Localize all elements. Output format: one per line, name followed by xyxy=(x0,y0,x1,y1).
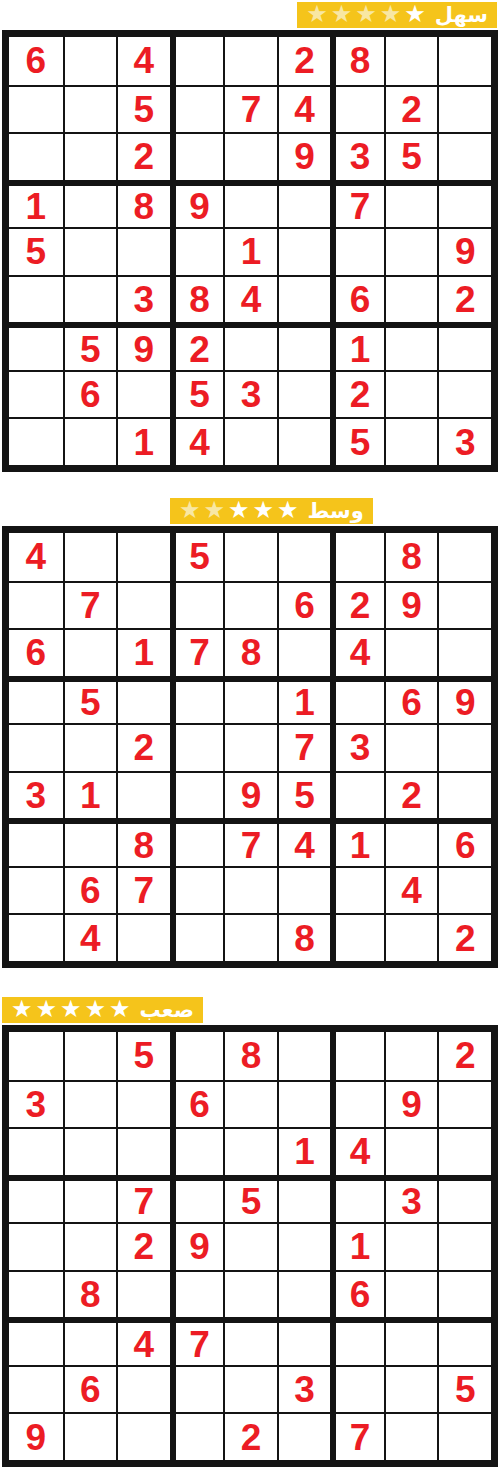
sudoku-cell[interactable] xyxy=(277,1222,331,1270)
sudoku-cell[interactable]: 1 xyxy=(330,322,384,370)
sudoku-cell[interactable] xyxy=(63,628,117,676)
page: ★★★★★ سهل 642857422935189751938462592165… xyxy=(0,2,500,1467)
sudoku-cell[interactable]: 3 xyxy=(384,1175,438,1223)
sudoku-cell[interactable] xyxy=(9,723,63,771)
sudoku-cell[interactable] xyxy=(223,180,277,228)
sudoku-cell[interactable] xyxy=(223,533,277,581)
sudoku-cell[interactable] xyxy=(223,1270,277,1318)
sudoku-cell[interactable] xyxy=(63,227,117,275)
sudoku-cell[interactable] xyxy=(437,866,491,914)
sudoku-cell[interactable]: 8 xyxy=(116,818,170,866)
sudoku-cell[interactable]: 3 xyxy=(330,723,384,771)
difficulty-stars-hard: ★★★★★ xyxy=(11,999,131,1021)
sudoku-cell[interactable] xyxy=(277,1175,331,1223)
sudoku-cell[interactable]: 1 xyxy=(330,1222,384,1270)
sudoku-cell[interactable]: 5 xyxy=(330,417,384,465)
sudoku-cell[interactable]: 5 xyxy=(9,227,63,275)
star-icon: ★ xyxy=(85,998,107,1020)
sudoku-cell[interactable] xyxy=(63,132,117,180)
sudoku-cell[interactable] xyxy=(63,85,117,133)
sudoku-cell[interactable]: 6 xyxy=(330,275,384,323)
sudoku-cell[interactable]: 2 xyxy=(437,913,491,961)
sudoku-cell[interactable]: 8 xyxy=(384,533,438,581)
sudoku-cell[interactable] xyxy=(384,370,438,418)
star-icon: ★ xyxy=(380,3,402,25)
star-icon: ★ xyxy=(331,3,353,25)
sudoku-cell[interactable]: 7 xyxy=(277,723,331,771)
sudoku-cell[interactable] xyxy=(170,1270,224,1318)
sudoku-cell[interactable]: 7 xyxy=(330,180,384,228)
sudoku-cell[interactable]: 9 xyxy=(437,227,491,275)
sudoku-cell[interactable] xyxy=(384,1032,438,1080)
sudoku-cell[interactable] xyxy=(116,676,170,724)
sudoku-cell[interactable]: 4 xyxy=(223,275,277,323)
sudoku-cell[interactable]: 2 xyxy=(223,1412,277,1460)
sudoku-cell[interactable]: 7 xyxy=(170,1317,224,1365)
sudoku-cell[interactable]: 5 xyxy=(116,85,170,133)
sudoku-cell[interactable] xyxy=(170,227,224,275)
sudoku-cell[interactable]: 6 xyxy=(170,1080,224,1128)
sudoku-cell[interactable] xyxy=(384,1270,438,1318)
sudoku-grid-medium: 45876296178451692733195287416674482 xyxy=(2,526,498,968)
section-easy: ★★★★★ سهل 642857422935189751938462592165… xyxy=(0,2,500,472)
sudoku-cell[interactable] xyxy=(63,1222,117,1270)
sudoku-cell[interactable] xyxy=(63,818,117,866)
sudoku-cell[interactable] xyxy=(437,1222,491,1270)
sudoku-cell[interactable] xyxy=(170,132,224,180)
sudoku-cell[interactable]: 8 xyxy=(330,37,384,85)
sudoku-cell[interactable]: 4 xyxy=(330,1127,384,1175)
sudoku-cell[interactable] xyxy=(277,628,331,676)
star-icon: ★ xyxy=(179,499,201,521)
sudoku-cell[interactable] xyxy=(384,1412,438,1460)
sudoku-cell[interactable] xyxy=(9,1032,63,1080)
difficulty-stars-medium: ★★★★★ xyxy=(179,500,299,522)
star-icon: ★ xyxy=(11,998,33,1020)
sudoku-cell[interactable] xyxy=(277,1080,331,1128)
sudoku-cell[interactable] xyxy=(116,1080,170,1128)
sudoku-cell[interactable]: 4 xyxy=(277,85,331,133)
sudoku-cell[interactable] xyxy=(116,227,170,275)
star-icon: ★ xyxy=(36,998,58,1020)
sudoku-cell[interactable]: 1 xyxy=(330,818,384,866)
sudoku-cell[interactable]: 7 xyxy=(330,1412,384,1460)
sudoku-cell[interactable] xyxy=(437,1175,491,1223)
star-icon: ★ xyxy=(228,499,250,521)
sudoku-cell[interactable]: 9 xyxy=(277,132,331,180)
star-icon: ★ xyxy=(277,499,299,521)
sudoku-cell[interactable] xyxy=(330,1032,384,1080)
sudoku-cell[interactable] xyxy=(384,1317,438,1365)
sudoku-cell[interactable] xyxy=(170,1175,224,1223)
sudoku-cell[interactable] xyxy=(384,1365,438,1413)
sudoku-cell[interactable] xyxy=(223,676,277,724)
sudoku-cell[interactable] xyxy=(223,1127,277,1175)
sudoku-cell[interactable] xyxy=(437,180,491,228)
sudoku-cell[interactable]: 6 xyxy=(63,866,117,914)
sudoku-cell[interactable]: 9 xyxy=(170,1222,224,1270)
sudoku-cell[interactable] xyxy=(170,37,224,85)
sudoku-cell[interactable]: 4 xyxy=(384,866,438,914)
sudoku-cell[interactable] xyxy=(384,275,438,323)
sudoku-cell[interactable] xyxy=(330,913,384,961)
sudoku-cell[interactable] xyxy=(223,866,277,914)
sudoku-cell[interactable] xyxy=(437,771,491,819)
sudoku-cell[interactable] xyxy=(116,581,170,629)
sudoku-cell[interactable]: 8 xyxy=(223,1032,277,1080)
sudoku-cell[interactable] xyxy=(223,913,277,961)
sudoku-cell[interactable] xyxy=(9,818,63,866)
sudoku-cell[interactable] xyxy=(384,227,438,275)
sudoku-cell[interactable] xyxy=(170,771,224,819)
sudoku-cell[interactable] xyxy=(9,1127,63,1175)
sudoku-cell[interactable] xyxy=(9,1317,63,1365)
sudoku-cell[interactable] xyxy=(63,1032,117,1080)
sudoku-cell[interactable] xyxy=(9,913,63,961)
sudoku-cell[interactable] xyxy=(170,1127,224,1175)
sudoku-cell[interactable] xyxy=(170,913,224,961)
sudoku-cell[interactable] xyxy=(63,37,117,85)
sudoku-cell[interactable]: 6 xyxy=(384,676,438,724)
sudoku-cell[interactable] xyxy=(116,913,170,961)
sudoku-cell[interactable]: 5 xyxy=(277,771,331,819)
sudoku-cell[interactable]: 6 xyxy=(9,37,63,85)
sudoku-cell[interactable]: 5 xyxy=(384,132,438,180)
sudoku-cell[interactable] xyxy=(437,1317,491,1365)
star-icon: ★ xyxy=(60,998,82,1020)
sudoku-cell[interactable]: 8 xyxy=(116,180,170,228)
sudoku-cell[interactable]: 7 xyxy=(170,628,224,676)
sudoku-cell[interactable] xyxy=(9,866,63,914)
sudoku-cell[interactable] xyxy=(170,581,224,629)
sudoku-cell[interactable]: 2 xyxy=(277,37,331,85)
sudoku-cell[interactable] xyxy=(9,1270,63,1318)
sudoku-cell[interactable]: 5 xyxy=(116,1032,170,1080)
sudoku-cell[interactable]: 2 xyxy=(330,370,384,418)
sudoku-cell[interactable]: 7 xyxy=(223,818,277,866)
sudoku-cell[interactable]: 3 xyxy=(116,275,170,323)
sudoku-cell[interactable] xyxy=(9,1175,63,1223)
sudoku-cell[interactable] xyxy=(384,37,438,85)
sudoku-cell[interactable] xyxy=(384,1127,438,1175)
sudoku-cell[interactable]: 6 xyxy=(9,628,63,676)
difficulty-banner-medium: ★★★★★ وسط xyxy=(170,498,373,524)
sudoku-cell[interactable] xyxy=(330,1317,384,1365)
sudoku-cell[interactable]: 2 xyxy=(330,581,384,629)
sudoku-cell[interactable] xyxy=(437,1270,491,1318)
section-hard: ★★★★★ صعب 582369147532918647635927 xyxy=(0,997,500,1467)
sudoku-cell[interactable]: 5 xyxy=(223,1175,277,1223)
sudoku-cell[interactable] xyxy=(63,1080,117,1128)
sudoku-cell[interactable]: 9 xyxy=(9,1412,63,1460)
difficulty-label-easy: سهل xyxy=(435,2,488,28)
sudoku-cell[interactable]: 3 xyxy=(223,370,277,418)
sudoku-cell[interactable] xyxy=(170,818,224,866)
sudoku-cell[interactable]: 2 xyxy=(384,771,438,819)
sudoku-cell[interactable]: 6 xyxy=(63,1365,117,1413)
sudoku-cell[interactable]: 2 xyxy=(437,1032,491,1080)
star-icon: ★ xyxy=(204,499,226,521)
sudoku-cell[interactable]: 3 xyxy=(437,417,491,465)
section-medium: ★★★★★ وسط 458762961784516927331952874166… xyxy=(0,498,500,968)
sudoku-cell[interactable] xyxy=(384,180,438,228)
sudoku-cell[interactable] xyxy=(63,1127,117,1175)
sudoku-cell[interactable]: 8 xyxy=(277,913,331,961)
sudoku-cell[interactable] xyxy=(9,85,63,133)
sudoku-cell[interactable] xyxy=(63,723,117,771)
sudoku-cell[interactable] xyxy=(277,1270,331,1318)
sudoku-cell[interactable] xyxy=(277,227,331,275)
sudoku-cell[interactable]: 9 xyxy=(223,771,277,819)
star-icon: ★ xyxy=(253,499,275,521)
star-icon: ★ xyxy=(306,3,328,25)
sudoku-cell[interactable]: 1 xyxy=(277,676,331,724)
sudoku-cell[interactable] xyxy=(437,85,491,133)
sudoku-cell[interactable] xyxy=(170,1032,224,1080)
sudoku-cell[interactable]: 3 xyxy=(9,771,63,819)
sudoku-cell[interactable]: 4 xyxy=(63,913,117,961)
sudoku-cell[interactable]: 9 xyxy=(116,322,170,370)
sudoku-cell[interactable] xyxy=(223,322,277,370)
sudoku-cell[interactable] xyxy=(384,628,438,676)
sudoku-cell[interactable] xyxy=(9,1222,63,1270)
sudoku-cell[interactable] xyxy=(63,275,117,323)
sudoku-cell[interactable] xyxy=(63,1317,117,1365)
sudoku-cell[interactable] xyxy=(330,1080,384,1128)
difficulty-label-hard: صعب xyxy=(140,997,194,1023)
sudoku-cell[interactable]: 1 xyxy=(116,417,170,465)
sudoku-cell[interactable]: 9 xyxy=(384,581,438,629)
sudoku-cell[interactable] xyxy=(223,723,277,771)
sudoku-cell[interactable] xyxy=(63,533,117,581)
sudoku-cell[interactable] xyxy=(170,723,224,771)
sudoku-cell[interactable] xyxy=(116,1365,170,1413)
sudoku-cell[interactable]: 3 xyxy=(9,1080,63,1128)
sudoku-cell[interactable] xyxy=(223,417,277,465)
sudoku-cell[interactable]: 2 xyxy=(116,132,170,180)
sudoku-cell[interactable] xyxy=(277,417,331,465)
sudoku-cell[interactable] xyxy=(63,1175,117,1223)
sudoku-cell[interactable] xyxy=(437,628,491,676)
sudoku-cell[interactable]: 6 xyxy=(277,581,331,629)
sudoku-cell[interactable] xyxy=(277,1032,331,1080)
difficulty-banner-easy: ★★★★★ سهل xyxy=(297,2,497,28)
difficulty-label-medium: وسط xyxy=(308,498,364,524)
sudoku-cell[interactable] xyxy=(9,1365,63,1413)
sudoku-cell[interactable] xyxy=(384,913,438,961)
sudoku-cell[interactable] xyxy=(437,132,491,180)
sudoku-cell[interactable] xyxy=(63,180,117,228)
sudoku-cell[interactable] xyxy=(9,132,63,180)
sudoku-cell[interactable] xyxy=(330,676,384,724)
sudoku-cell[interactable]: 4 xyxy=(170,417,224,465)
sudoku-cell[interactable] xyxy=(170,676,224,724)
sudoku-cell[interactable]: 7 xyxy=(63,581,117,629)
sudoku-cell[interactable] xyxy=(277,1412,331,1460)
sudoku-cell[interactable]: 3 xyxy=(330,132,384,180)
sudoku-cell[interactable] xyxy=(277,275,331,323)
sudoku-cell[interactable] xyxy=(170,1365,224,1413)
sudoku-cell[interactable]: 4 xyxy=(116,37,170,85)
sudoku-cell[interactable]: 9 xyxy=(437,676,491,724)
sudoku-grid-easy: 642857422935189751938462592165321453 xyxy=(2,30,498,472)
sudoku-cell[interactable] xyxy=(330,1175,384,1223)
sudoku-cell[interactable]: 9 xyxy=(384,1080,438,1128)
sudoku-cell[interactable] xyxy=(116,1412,170,1460)
sudoku-cell[interactable] xyxy=(223,581,277,629)
sudoku-cell[interactable] xyxy=(116,1270,170,1318)
sudoku-cell[interactable]: 1 xyxy=(63,771,117,819)
sudoku-cell[interactable] xyxy=(384,723,438,771)
sudoku-cell[interactable] xyxy=(9,417,63,465)
star-icon: ★ xyxy=(355,3,377,25)
sudoku-cell[interactable] xyxy=(9,275,63,323)
sudoku-cell[interactable]: 1 xyxy=(277,1127,331,1175)
sudoku-cell[interactable]: 5 xyxy=(63,676,117,724)
sudoku-cell[interactable] xyxy=(437,1127,491,1175)
sudoku-cell[interactable]: 5 xyxy=(170,370,224,418)
sudoku-cell[interactable]: 2 xyxy=(170,322,224,370)
sudoku-cell[interactable]: 9 xyxy=(170,180,224,228)
star-icon: ★ xyxy=(404,3,426,25)
sudoku-cell[interactable]: 6 xyxy=(63,370,117,418)
sudoku-cell[interactable]: 2 xyxy=(384,85,438,133)
sudoku-cell[interactable]: 2 xyxy=(116,1222,170,1270)
sudoku-cell[interactable] xyxy=(223,1080,277,1128)
sudoku-grid-hard: 582369147532918647635927 xyxy=(2,1025,498,1467)
sudoku-cell[interactable] xyxy=(116,771,170,819)
sudoku-cell[interactable] xyxy=(330,1365,384,1413)
sudoku-cell[interactable]: 5 xyxy=(170,533,224,581)
sudoku-cell[interactable]: 5 xyxy=(63,322,117,370)
sudoku-cell[interactable] xyxy=(277,370,331,418)
sudoku-cell[interactable]: 1 xyxy=(223,227,277,275)
sudoku-cell[interactable] xyxy=(437,37,491,85)
sudoku-cell[interactable] xyxy=(9,370,63,418)
sudoku-cell[interactable] xyxy=(116,533,170,581)
sudoku-cell[interactable]: 4 xyxy=(9,533,63,581)
sudoku-cell[interactable] xyxy=(384,417,438,465)
sudoku-cell[interactable] xyxy=(223,1222,277,1270)
sudoku-cell[interactable] xyxy=(384,1222,438,1270)
sudoku-cell[interactable] xyxy=(384,322,438,370)
sudoku-cell[interactable] xyxy=(437,1412,491,1460)
sudoku-cell[interactable]: 7 xyxy=(223,85,277,133)
sudoku-cell[interactable] xyxy=(437,723,491,771)
sudoku-cell[interactable]: 1 xyxy=(9,180,63,228)
sudoku-cell[interactable]: 2 xyxy=(437,275,491,323)
sudoku-cell[interactable] xyxy=(116,370,170,418)
sudoku-cell[interactable] xyxy=(330,85,384,133)
star-icon: ★ xyxy=(109,998,131,1020)
sudoku-cell[interactable] xyxy=(437,1080,491,1128)
sudoku-cell[interactable]: 7 xyxy=(116,866,170,914)
difficulty-stars-easy: ★★★★★ xyxy=(306,4,426,26)
sudoku-cell[interactable]: 2 xyxy=(116,723,170,771)
sudoku-cell[interactable] xyxy=(170,85,224,133)
sudoku-cell[interactable] xyxy=(330,771,384,819)
sudoku-cell[interactable] xyxy=(116,1127,170,1175)
sudoku-cell[interactable]: 7 xyxy=(116,1175,170,1223)
sudoku-cell[interactable]: 4 xyxy=(330,628,384,676)
sudoku-cell[interactable] xyxy=(330,227,384,275)
sudoku-cell[interactable] xyxy=(63,417,117,465)
sudoku-cell[interactable] xyxy=(437,322,491,370)
sudoku-cell[interactable]: 3 xyxy=(277,1365,331,1413)
sudoku-cell[interactable]: 8 xyxy=(63,1270,117,1318)
sudoku-cell[interactable] xyxy=(9,676,63,724)
sudoku-cell[interactable] xyxy=(223,37,277,85)
sudoku-cell[interactable] xyxy=(277,180,331,228)
difficulty-banner-hard: ★★★★★ صعب xyxy=(2,997,203,1023)
sudoku-cell[interactable] xyxy=(170,866,224,914)
sudoku-cell[interactable] xyxy=(223,1365,277,1413)
sudoku-cell[interactable]: 4 xyxy=(116,1317,170,1365)
sudoku-cell[interactable] xyxy=(63,1412,117,1460)
sudoku-cell[interactable] xyxy=(330,866,384,914)
sudoku-cell[interactable]: 5 xyxy=(437,1365,491,1413)
sudoku-cell[interactable] xyxy=(9,581,63,629)
sudoku-cell[interactable]: 4 xyxy=(277,818,331,866)
sudoku-cell[interactable]: 1 xyxy=(116,628,170,676)
sudoku-cell[interactable]: 6 xyxy=(437,818,491,866)
sudoku-cell[interactable] xyxy=(437,581,491,629)
sudoku-cell[interactable] xyxy=(223,132,277,180)
sudoku-cell[interactable] xyxy=(223,1317,277,1365)
sudoku-cell[interactable] xyxy=(437,533,491,581)
sudoku-cell[interactable]: 6 xyxy=(330,1270,384,1318)
sudoku-cell[interactable] xyxy=(277,533,331,581)
sudoku-cell[interactable] xyxy=(437,370,491,418)
sudoku-cell[interactable] xyxy=(170,1412,224,1460)
sudoku-cell[interactable]: 8 xyxy=(170,275,224,323)
sudoku-cell[interactable] xyxy=(277,866,331,914)
sudoku-cell[interactable] xyxy=(277,322,331,370)
sudoku-cell[interactable] xyxy=(384,818,438,866)
sudoku-cell[interactable] xyxy=(277,1317,331,1365)
sudoku-cell[interactable] xyxy=(330,533,384,581)
sudoku-cell[interactable] xyxy=(9,322,63,370)
sudoku-cell[interactable]: 8 xyxy=(223,628,277,676)
